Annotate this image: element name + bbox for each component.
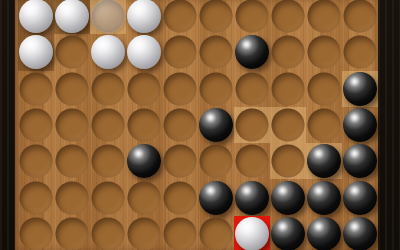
recess-hole (272, 0, 305, 33)
white-marble (19, 35, 53, 69)
recess-hole (20, 181, 53, 214)
recess-hole (56, 217, 89, 250)
recess-hole (20, 217, 53, 250)
cell-r7c8[interactable] (270, 216, 306, 250)
cell-r5c8[interactable] (270, 143, 306, 179)
recess-hole (236, 72, 269, 105)
cell-r3c10[interactable] (342, 71, 378, 107)
game-window (0, 0, 400, 250)
recess-hole (308, 0, 341, 33)
cell-r2c2[interactable] (54, 34, 90, 70)
black-marble (271, 217, 305, 250)
cell-r3c5[interactable] (162, 71, 198, 107)
black-marble (235, 181, 269, 215)
recess-hole (200, 72, 233, 105)
recess-hole (164, 217, 197, 250)
recess-hole (20, 145, 53, 178)
recess-hole (20, 72, 53, 105)
cell-r1c1[interactable] (18, 0, 54, 34)
recess-hole (128, 181, 161, 214)
recess-hole (164, 181, 197, 214)
recess-hole (272, 36, 305, 69)
cell-r7c1[interactable] (18, 216, 54, 250)
recess-hole (128, 108, 161, 141)
cell-r4c9[interactable] (306, 107, 342, 143)
black-marble (307, 181, 341, 215)
cell-r3c1[interactable] (18, 71, 54, 107)
black-marble (127, 144, 161, 178)
cell-r6c3[interactable] (90, 179, 126, 215)
recess-hole (272, 108, 305, 141)
cell-r7c3[interactable] (90, 216, 126, 250)
recess-hole (128, 217, 161, 250)
cell-r7c10[interactable] (342, 216, 378, 250)
cell-r1c10[interactable] (342, 0, 378, 34)
white-marble (235, 217, 269, 250)
cell-r7c6[interactable] (198, 216, 234, 250)
cell-r6c8[interactable] (270, 179, 306, 215)
recess-hole (308, 36, 341, 69)
cell-r3c2[interactable] (54, 71, 90, 107)
recess-hole (200, 217, 233, 250)
recess-hole (56, 108, 89, 141)
recess-hole (236, 0, 269, 33)
cell-r4c7[interactable] (234, 107, 270, 143)
recess-hole (56, 181, 89, 214)
cell-r5c2[interactable] (54, 143, 90, 179)
recess-hole (200, 145, 233, 178)
cell-r5c1[interactable] (18, 143, 54, 179)
recess-hole (92, 217, 125, 250)
cell-r7c9[interactable] (306, 216, 342, 250)
cell-r1c7[interactable] (234, 0, 270, 34)
recess-hole (164, 36, 197, 69)
cell-r2c4[interactable] (126, 34, 162, 70)
recess-hole (200, 0, 233, 33)
recess-hole (164, 72, 197, 105)
cell-r1c6[interactable] (198, 0, 234, 34)
recess-hole (164, 108, 197, 141)
cell-r2c6[interactable] (198, 34, 234, 70)
cell-r2c7[interactable] (234, 34, 270, 70)
cell-r5c4[interactable] (126, 143, 162, 179)
cell-r6c5[interactable] (162, 179, 198, 215)
cell-r4c6[interactable] (198, 107, 234, 143)
recess-hole (164, 0, 197, 33)
white-marble (91, 35, 125, 69)
black-marble (343, 72, 377, 106)
recess-hole (92, 108, 125, 141)
cell-r2c9[interactable] (306, 34, 342, 70)
recess-hole (128, 72, 161, 105)
cell-r6c9[interactable] (306, 179, 342, 215)
cell-r7c5[interactable] (162, 216, 198, 250)
recess-hole (236, 108, 269, 141)
recess-hole (308, 72, 341, 105)
cell-r5c6[interactable] (198, 143, 234, 179)
black-marble (343, 181, 377, 215)
cell-r5c5[interactable] (162, 143, 198, 179)
recess-hole (56, 72, 89, 105)
cell-r1c3[interactable] (90, 0, 126, 34)
cell-r1c9[interactable] (306, 0, 342, 34)
cell-r4c5[interactable] (162, 107, 198, 143)
cell-r5c10[interactable] (342, 143, 378, 179)
black-marble (235, 35, 269, 69)
cell-r3c8[interactable] (270, 71, 306, 107)
cell-r2c3[interactable] (90, 34, 126, 70)
recess-hole (56, 145, 89, 178)
cell-r4c8[interactable] (270, 107, 306, 143)
recess-hole (20, 108, 53, 141)
recess-hole (272, 145, 305, 178)
recess-hole (56, 36, 89, 69)
cell-r2c1[interactable] (18, 34, 54, 70)
black-marble (343, 217, 377, 250)
recess-hole (344, 0, 377, 33)
cell-r4c1[interactable] (18, 107, 54, 143)
black-marble (343, 108, 377, 142)
black-marble (199, 108, 233, 142)
cell-r6c4[interactable] (126, 179, 162, 215)
cell-r1c2[interactable] (54, 0, 90, 34)
recess-hole (344, 36, 377, 69)
recess-hole (92, 72, 125, 105)
cell-r4c10[interactable] (342, 107, 378, 143)
recess-hole (200, 36, 233, 69)
cell-r4c4[interactable] (126, 107, 162, 143)
cell-r6c1[interactable] (18, 179, 54, 215)
cell-r7c7[interactable] (234, 216, 270, 250)
white-marble (55, 0, 89, 33)
cell-r1c8[interactable] (270, 0, 306, 34)
white-marble (127, 0, 161, 33)
recess-hole (92, 181, 125, 214)
cell-r3c4[interactable] (126, 71, 162, 107)
recess-hole (92, 145, 125, 178)
black-marble (271, 181, 305, 215)
cell-r6c6[interactable] (198, 179, 234, 215)
cell-r4c2[interactable] (54, 107, 90, 143)
cell-r3c3[interactable] (90, 71, 126, 107)
cell-r7c2[interactable] (54, 216, 90, 250)
recess-hole (308, 108, 341, 141)
black-marble (199, 181, 233, 215)
recess-hole (164, 145, 197, 178)
cell-r5c3[interactable] (90, 143, 126, 179)
cell-r1c4[interactable] (126, 0, 162, 34)
white-marble (19, 0, 53, 33)
black-marble (307, 144, 341, 178)
cell-r5c9[interactable] (306, 143, 342, 179)
cell-r3c6[interactable] (198, 71, 234, 107)
recess-hole (236, 145, 269, 178)
black-marble (343, 144, 377, 178)
cell-r1c5[interactable] (162, 0, 198, 34)
board (15, 0, 378, 250)
cell-r3c9[interactable] (306, 71, 342, 107)
cell-r4c3[interactable] (90, 107, 126, 143)
recess-hole (272, 72, 305, 105)
white-marble (127, 35, 161, 69)
black-marble (307, 217, 341, 250)
cell-r6c10[interactable] (342, 179, 378, 215)
cell-r6c2[interactable] (54, 179, 90, 215)
ghost-white-marble (91, 0, 125, 33)
cell-r6c7[interactable] (234, 179, 270, 215)
cell-r2c10[interactable] (342, 34, 378, 70)
cell-r7c4[interactable] (126, 216, 162, 250)
cell-r2c5[interactable] (162, 34, 198, 70)
cell-r5c7[interactable] (234, 143, 270, 179)
cell-r3c7[interactable] (234, 71, 270, 107)
cell-r2c8[interactable] (270, 34, 306, 70)
